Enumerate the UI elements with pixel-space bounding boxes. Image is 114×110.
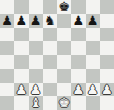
square-g6[interactable]	[86, 28, 100, 42]
square-c4[interactable]	[29, 55, 43, 69]
square-c3[interactable]	[29, 69, 43, 83]
white-bishop[interactable]: ♝	[30, 96, 42, 110]
black-pawn[interactable]: ♟	[73, 14, 85, 28]
square-e8[interactable]: ♚	[57, 0, 71, 14]
square-h2[interactable]: ♟	[100, 83, 114, 97]
square-c7[interactable]: ♟	[29, 14, 43, 28]
square-c8[interactable]	[29, 0, 43, 14]
square-g3[interactable]	[86, 69, 100, 83]
square-f2[interactable]: ♟	[71, 83, 85, 97]
square-a6[interactable]	[0, 28, 14, 42]
square-e1[interactable]: ♚	[57, 96, 71, 110]
black-king[interactable]: ♚	[58, 0, 70, 14]
square-d1[interactable]	[43, 96, 57, 110]
square-h1[interactable]	[100, 96, 114, 110]
square-e2[interactable]	[57, 83, 71, 97]
square-f8[interactable]	[71, 0, 85, 14]
board-wrap: ♚♟♟♟♞♟♟♟♟♟♟♟♝♚	[0, 0, 114, 110]
square-a4[interactable]	[0, 55, 14, 69]
square-b8[interactable]	[14, 0, 28, 14]
square-c2[interactable]: ♟	[29, 83, 43, 97]
square-h7[interactable]	[100, 14, 114, 28]
square-a3[interactable]	[0, 69, 14, 83]
square-a1[interactable]	[0, 96, 14, 110]
square-g2[interactable]: ♟	[86, 83, 100, 97]
square-h3[interactable]	[100, 69, 114, 83]
square-a7[interactable]: ♟	[0, 14, 14, 28]
square-b2[interactable]: ♟	[14, 83, 28, 97]
square-h6[interactable]	[100, 28, 114, 42]
white-pawn[interactable]: ♟	[73, 83, 85, 97]
square-e6[interactable]	[57, 28, 71, 42]
square-f7[interactable]: ♟	[71, 14, 85, 28]
black-pawn[interactable]: ♟	[87, 14, 99, 28]
square-b5[interactable]	[14, 41, 28, 55]
square-a5[interactable]	[0, 41, 14, 55]
square-e5[interactable]	[57, 41, 71, 55]
square-b7[interactable]: ♟	[14, 14, 28, 28]
white-pawn[interactable]: ♟	[16, 83, 28, 97]
square-g5[interactable]	[86, 41, 100, 55]
black-pawn[interactable]: ♟	[30, 14, 42, 28]
white-king[interactable]: ♚	[58, 96, 70, 110]
square-b3[interactable]	[14, 69, 28, 83]
square-d3[interactable]	[43, 69, 57, 83]
white-pawn[interactable]: ♟	[30, 83, 42, 97]
black-pawn[interactable]: ♟	[1, 14, 13, 28]
chess-board: ♚♟♟♟♞♟♟♟♟♟♟♟♝♚	[0, 0, 114, 110]
square-h5[interactable]	[100, 41, 114, 55]
square-a2[interactable]	[0, 83, 14, 97]
square-d7[interactable]: ♞	[43, 14, 57, 28]
square-d5[interactable]	[43, 41, 57, 55]
square-e3[interactable]	[57, 69, 71, 83]
square-d8[interactable]	[43, 0, 57, 14]
square-b6[interactable]	[14, 28, 28, 42]
square-f4[interactable]	[71, 55, 85, 69]
square-c6[interactable]	[29, 28, 43, 42]
square-c1[interactable]: ♝	[29, 96, 43, 110]
black-pawn[interactable]: ♟	[16, 14, 28, 28]
square-g1[interactable]	[86, 96, 100, 110]
square-g4[interactable]	[86, 55, 100, 69]
white-pawn[interactable]: ♟	[101, 83, 113, 97]
black-knight[interactable]: ♞	[44, 14, 56, 28]
square-g8[interactable]	[86, 0, 100, 14]
square-b1[interactable]	[14, 96, 28, 110]
white-pawn[interactable]: ♟	[87, 83, 99, 97]
square-c5[interactable]	[29, 41, 43, 55]
square-d2[interactable]	[43, 83, 57, 97]
square-e7[interactable]	[57, 14, 71, 28]
square-a8[interactable]	[0, 0, 14, 14]
square-f3[interactable]	[71, 69, 85, 83]
square-h4[interactable]	[100, 55, 114, 69]
square-e4[interactable]	[57, 55, 71, 69]
square-b4[interactable]	[14, 55, 28, 69]
square-d4[interactable]	[43, 55, 57, 69]
square-h8[interactable]	[100, 0, 114, 14]
square-d6[interactable]	[43, 28, 57, 42]
square-f6[interactable]	[71, 28, 85, 42]
square-g7[interactable]: ♟	[86, 14, 100, 28]
square-f1[interactable]	[71, 96, 85, 110]
square-f5[interactable]	[71, 41, 85, 55]
